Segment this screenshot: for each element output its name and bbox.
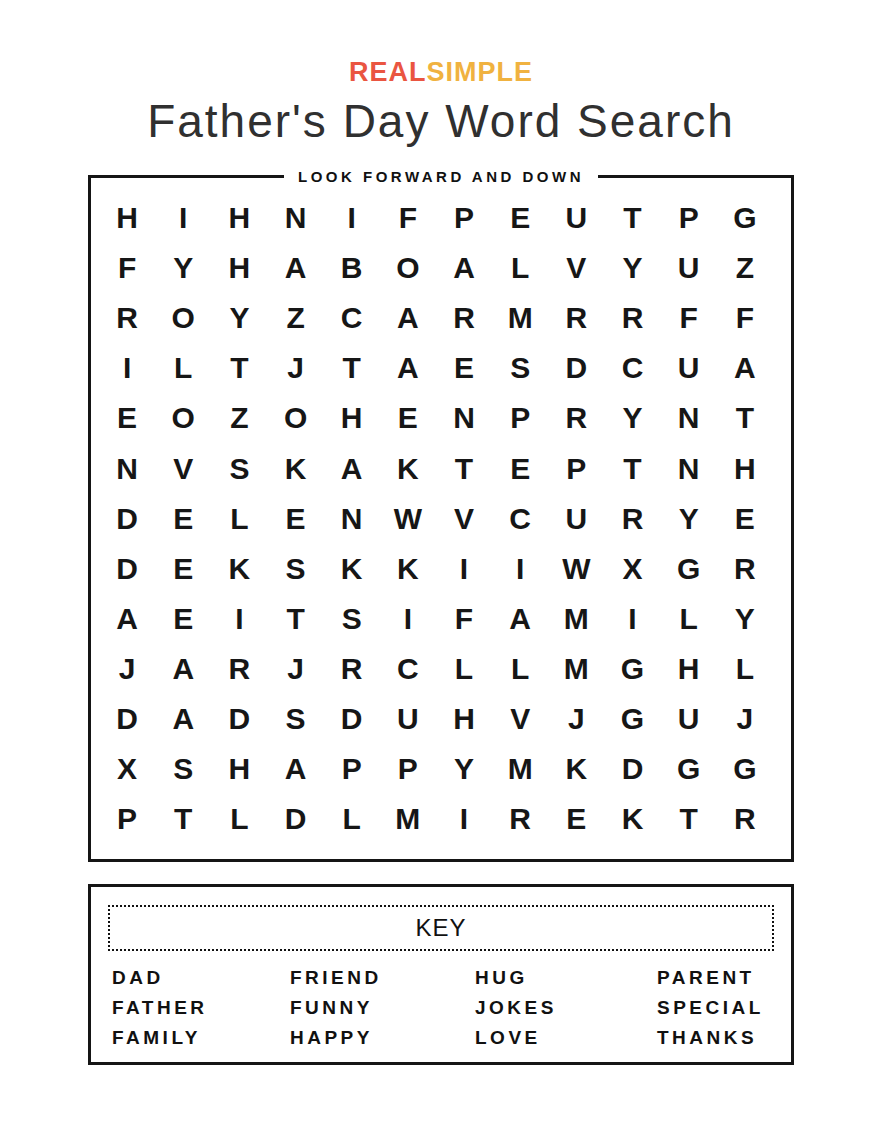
brand-simple: SIMPLE: [426, 57, 533, 87]
grid-cell: U: [661, 343, 717, 393]
grid-cell: W: [380, 494, 436, 544]
grid-cell: T: [661, 794, 717, 844]
page-title: Father's Day Word Search: [0, 93, 882, 149]
key-column: DADFATHERFAMILY: [112, 963, 290, 1053]
grid-cell: R: [548, 393, 604, 443]
grid-cell: L: [717, 644, 773, 694]
grid-cell: A: [717, 343, 773, 393]
grid-cell: E: [99, 393, 155, 443]
key-word: JOKES: [475, 993, 657, 1023]
grid-cell: K: [548, 744, 604, 794]
grid-cell: U: [661, 243, 717, 293]
grid-cell: K: [267, 443, 323, 493]
grid-cell: R: [604, 293, 660, 343]
grid-cell: T: [155, 794, 211, 844]
grid-cell: F: [380, 193, 436, 243]
grid-cell: G: [717, 744, 773, 794]
grid-cell: G: [604, 694, 660, 744]
letter-grid: HIHNIFPEUTPGFYHABOALVYUZROYZCARMRRFFILTJ…: [91, 178, 791, 844]
grid-cell: U: [548, 494, 604, 544]
grid-cell: L: [436, 644, 492, 694]
grid-cell: I: [436, 794, 492, 844]
grid-cell: S: [267, 544, 323, 594]
grid-cell: S: [211, 443, 267, 493]
grid-cell: D: [211, 694, 267, 744]
grid-cell: E: [492, 443, 548, 493]
grid-cell: L: [492, 644, 548, 694]
grid-cell: T: [267, 594, 323, 644]
grid-cell: H: [324, 393, 380, 443]
grid-cell: P: [492, 393, 548, 443]
grid-cell: K: [211, 544, 267, 594]
grid-cell: R: [604, 494, 660, 544]
grid-cell: J: [717, 694, 773, 744]
grid-cell: O: [267, 393, 323, 443]
grid-cell: I: [324, 193, 380, 243]
key-column: FRIENDFUNNYHAPPY: [290, 963, 475, 1053]
grid-cell: G: [661, 744, 717, 794]
grid-cell: M: [492, 293, 548, 343]
grid-cell: L: [324, 794, 380, 844]
key-word: HUG: [475, 963, 657, 993]
grid-cell: R: [324, 644, 380, 694]
grid-cell: M: [548, 644, 604, 694]
grid-cell: C: [324, 293, 380, 343]
grid-cell: I: [604, 594, 660, 644]
grid-cell: D: [324, 694, 380, 744]
grid-cell: W: [548, 544, 604, 594]
grid-cell: I: [380, 594, 436, 644]
grid-cell: N: [661, 393, 717, 443]
grid-cell: Z: [211, 393, 267, 443]
key-word: THANKS: [657, 1023, 774, 1053]
grid-cell: F: [661, 293, 717, 343]
grid-cell: D: [548, 343, 604, 393]
grid-cell: M: [380, 794, 436, 844]
grid-cell: F: [436, 594, 492, 644]
grid-cell: A: [380, 293, 436, 343]
grid-cell: T: [324, 343, 380, 393]
grid-cell: A: [380, 343, 436, 393]
grid-cell: Y: [211, 293, 267, 343]
grid-cell: D: [604, 744, 660, 794]
key-word: SPECIAL: [657, 993, 774, 1023]
key-column: PARENTSPECIALTHANKS: [657, 963, 774, 1053]
grid-cell: P: [661, 193, 717, 243]
key-column: HUGJOKESLOVE: [475, 963, 657, 1053]
grid-cell: J: [267, 343, 323, 393]
grid-cell: I: [155, 193, 211, 243]
grid-cell: A: [267, 243, 323, 293]
grid-cell: Y: [717, 594, 773, 644]
grid-cell: R: [436, 293, 492, 343]
grid-cell: M: [548, 594, 604, 644]
grid-cell: L: [661, 594, 717, 644]
grid-cell: F: [717, 293, 773, 343]
grid-cell: E: [155, 544, 211, 594]
grid-cell: Y: [155, 243, 211, 293]
grid-cell: R: [99, 293, 155, 343]
grid-cell: Y: [604, 393, 660, 443]
grid-cell: T: [717, 393, 773, 443]
key-header-box: KEY: [108, 905, 774, 951]
key-box: KEY DADFATHERFAMILYFRIENDFUNNYHAPPYHUGJO…: [88, 884, 794, 1065]
grid-cell: E: [155, 594, 211, 644]
key-word: FUNNY: [290, 993, 475, 1023]
brand-real: REAL: [349, 57, 427, 87]
grid-cell: N: [267, 193, 323, 243]
key-word: PARENT: [657, 963, 774, 993]
grid-cell: H: [211, 243, 267, 293]
key-word: DAD: [112, 963, 290, 993]
grid-cell: D: [99, 494, 155, 544]
grid-cell: V: [155, 443, 211, 493]
key-word: LOVE: [475, 1023, 657, 1053]
grid-cell: Z: [717, 243, 773, 293]
grid-cell: X: [99, 744, 155, 794]
grid-cell: C: [380, 644, 436, 694]
grid-cell: H: [661, 644, 717, 694]
grid-cell: K: [604, 794, 660, 844]
grid-cell: L: [211, 794, 267, 844]
grid-cell: O: [155, 293, 211, 343]
grid-cell: G: [717, 193, 773, 243]
grid-cell: G: [661, 544, 717, 594]
grid-cell: A: [492, 594, 548, 644]
grid-cell: U: [661, 694, 717, 744]
grid-cell: Z: [267, 293, 323, 343]
grid-cell: M: [492, 744, 548, 794]
realsimple-logo: REALSIMPLE: [0, 56, 882, 88]
grid-cell: D: [267, 794, 323, 844]
grid-cell: P: [436, 193, 492, 243]
grid-cell: K: [380, 544, 436, 594]
grid-cell: E: [717, 494, 773, 544]
key-word: FAMILY: [112, 1023, 290, 1053]
grid-cell: R: [717, 794, 773, 844]
grid-cell: Y: [661, 494, 717, 544]
grid-cell: L: [155, 343, 211, 393]
grid-cell: S: [267, 694, 323, 744]
grid-cell: R: [211, 644, 267, 694]
grid-cell: H: [99, 193, 155, 243]
grid-cell: I: [99, 343, 155, 393]
instruction-label: LOOK FORWARD AND DOWN: [284, 166, 598, 188]
grid-cell: P: [548, 443, 604, 493]
grid-cell: G: [604, 644, 660, 694]
grid-cell: Y: [604, 243, 660, 293]
grid-cell: A: [436, 243, 492, 293]
grid-cell: R: [717, 544, 773, 594]
grid-cell: R: [492, 794, 548, 844]
key-word: FRIEND: [290, 963, 475, 993]
grid-cell: E: [155, 494, 211, 544]
grid-cell: E: [267, 494, 323, 544]
grid-cell: N: [324, 494, 380, 544]
grid-cell: H: [211, 744, 267, 794]
grid-cell: H: [436, 694, 492, 744]
grid-cell: A: [99, 594, 155, 644]
grid-cell: R: [548, 293, 604, 343]
grid-cell: V: [492, 694, 548, 744]
grid-cell: X: [604, 544, 660, 594]
grid-cell: D: [99, 544, 155, 594]
grid-cell: E: [548, 794, 604, 844]
grid-cell: E: [492, 193, 548, 243]
grid-cell: H: [211, 193, 267, 243]
grid-cell: Y: [436, 744, 492, 794]
grid-cell: N: [661, 443, 717, 493]
grid-cell: U: [380, 694, 436, 744]
grid-cell: E: [436, 343, 492, 393]
grid-cell: T: [604, 443, 660, 493]
grid-cell: E: [380, 393, 436, 443]
grid-cell: I: [211, 594, 267, 644]
grid-cell: J: [267, 644, 323, 694]
word-search-board: LOOK FORWARD AND DOWN HIHNIFPEUTPGFYHABO…: [88, 175, 794, 862]
grid-cell: L: [211, 494, 267, 544]
key-word: FATHER: [112, 993, 290, 1023]
grid-cell: N: [436, 393, 492, 443]
key-word: HAPPY: [290, 1023, 475, 1053]
grid-cell: K: [380, 443, 436, 493]
grid-cell: A: [155, 694, 211, 744]
grid-cell: P: [324, 744, 380, 794]
grid-cell: A: [324, 443, 380, 493]
grid-cell: O: [380, 243, 436, 293]
grid-cell: V: [436, 494, 492, 544]
grid-cell: S: [324, 594, 380, 644]
grid-cell: T: [604, 193, 660, 243]
grid-cell: V: [548, 243, 604, 293]
grid-cell: I: [492, 544, 548, 594]
key-title: KEY: [415, 914, 466, 942]
grid-cell: S: [155, 744, 211, 794]
grid-cell: A: [267, 744, 323, 794]
grid-cell: L: [492, 243, 548, 293]
grid-cell: S: [492, 343, 548, 393]
grid-cell: F: [99, 243, 155, 293]
grid-cell: T: [211, 343, 267, 393]
grid-cell: C: [492, 494, 548, 544]
grid-cell: H: [717, 443, 773, 493]
grid-cell: A: [155, 644, 211, 694]
grid-cell: T: [436, 443, 492, 493]
grid-cell: U: [548, 193, 604, 243]
grid-cell: J: [99, 644, 155, 694]
grid-cell: D: [99, 694, 155, 744]
grid-cell: I: [436, 544, 492, 594]
key-words: DADFATHERFAMILYFRIENDFUNNYHAPPYHUGJOKESL…: [112, 963, 774, 1053]
grid-cell: B: [324, 243, 380, 293]
grid-cell: J: [548, 694, 604, 744]
grid-cell: N: [99, 443, 155, 493]
grid-cell: O: [155, 393, 211, 443]
grid-cell: K: [324, 544, 380, 594]
grid-cell: P: [99, 794, 155, 844]
grid-cell: C: [604, 343, 660, 393]
grid-cell: P: [380, 744, 436, 794]
